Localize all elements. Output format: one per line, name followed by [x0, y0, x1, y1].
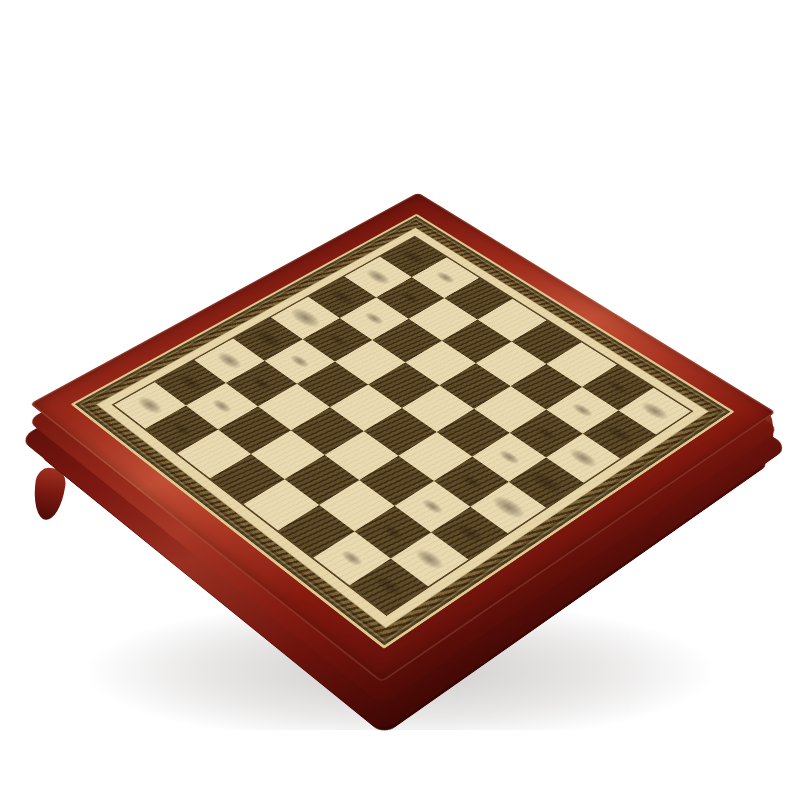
photo-stage: ♜♞♝♛♚♝♞♜♟♟♟♟♟♟♟♟♟♟♟♟♟♟♟♟♜♞♝♛♚♝♞♜ — [0, 0, 800, 800]
board-plane: ♜♞♝♛♚♝♞♜♟♟♟♟♟♟♟♟♟♟♟♟♟♟♟♟♜♞♝♛♚♝♞♜ — [114, 237, 691, 614]
